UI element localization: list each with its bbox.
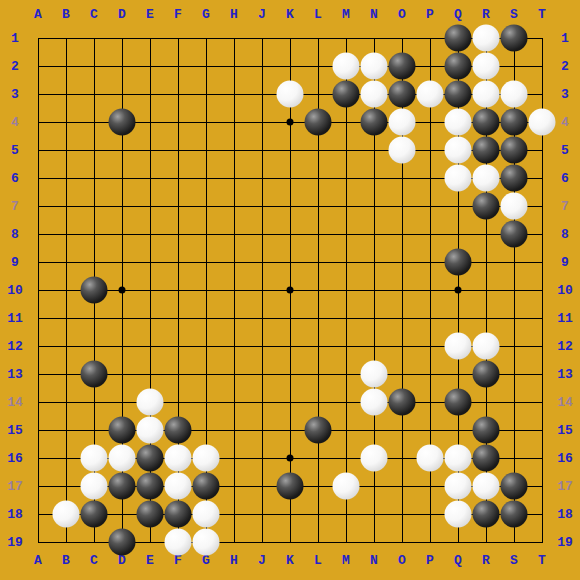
intersection-O10[interactable]: [388, 276, 416, 304]
intersection-S15[interactable]: [500, 416, 528, 444]
intersection-R5[interactable]: [472, 136, 500, 164]
intersection-G5[interactable]: [192, 136, 220, 164]
intersection-L15[interactable]: [304, 416, 332, 444]
intersection-P16[interactable]: [416, 444, 444, 472]
intersection-J19[interactable]: [248, 528, 276, 556]
intersection-J3[interactable]: [248, 80, 276, 108]
intersection-L12[interactable]: [304, 332, 332, 360]
intersection-Q6[interactable]: [444, 164, 472, 192]
intersection-M11[interactable]: [332, 304, 360, 332]
intersection-H2[interactable]: [220, 52, 248, 80]
intersection-L19[interactable]: [304, 528, 332, 556]
intersection-B19[interactable]: [52, 528, 80, 556]
intersection-P18[interactable]: [416, 500, 444, 528]
intersection-E12[interactable]: [136, 332, 164, 360]
intersection-J17[interactable]: [248, 472, 276, 500]
intersection-P4[interactable]: [416, 108, 444, 136]
intersection-H5[interactable]: [220, 136, 248, 164]
intersection-K11[interactable]: [276, 304, 304, 332]
intersection-B11[interactable]: [52, 304, 80, 332]
intersection-B15[interactable]: [52, 416, 80, 444]
intersection-J16[interactable]: [248, 444, 276, 472]
intersection-A10[interactable]: [24, 276, 52, 304]
intersection-T10[interactable]: [528, 276, 556, 304]
intersection-M13[interactable]: [332, 360, 360, 388]
intersection-M17[interactable]: [332, 472, 360, 500]
intersection-Q18[interactable]: [444, 500, 472, 528]
intersection-B9[interactable]: [52, 248, 80, 276]
intersection-B16[interactable]: [52, 444, 80, 472]
intersection-T18[interactable]: [528, 500, 556, 528]
intersection-E14[interactable]: [136, 388, 164, 416]
intersection-H16[interactable]: [220, 444, 248, 472]
intersection-D17[interactable]: [108, 472, 136, 500]
intersection-M16[interactable]: [332, 444, 360, 472]
intersection-G4[interactable]: [192, 108, 220, 136]
intersection-G14[interactable]: [192, 388, 220, 416]
intersection-K17[interactable]: [276, 472, 304, 500]
intersection-R3[interactable]: [472, 80, 500, 108]
intersection-O17[interactable]: [388, 472, 416, 500]
intersection-E9[interactable]: [136, 248, 164, 276]
intersection-K13[interactable]: [276, 360, 304, 388]
intersection-E15[interactable]: [136, 416, 164, 444]
intersection-J5[interactable]: [248, 136, 276, 164]
intersection-K1[interactable]: [276, 24, 304, 52]
intersection-D14[interactable]: [108, 388, 136, 416]
intersection-N1[interactable]: [360, 24, 388, 52]
intersection-L5[interactable]: [304, 136, 332, 164]
intersection-O2[interactable]: [388, 52, 416, 80]
intersection-H1[interactable]: [220, 24, 248, 52]
intersection-A4[interactable]: [24, 108, 52, 136]
intersection-T4[interactable]: [528, 108, 556, 136]
intersection-N5[interactable]: [360, 136, 388, 164]
intersection-G9[interactable]: [192, 248, 220, 276]
intersection-K16[interactable]: [276, 444, 304, 472]
intersection-O1[interactable]: [388, 24, 416, 52]
intersection-C10[interactable]: [80, 276, 108, 304]
intersection-K3[interactable]: [276, 80, 304, 108]
intersection-E13[interactable]: [136, 360, 164, 388]
intersection-B14[interactable]: [52, 388, 80, 416]
intersection-F13[interactable]: [164, 360, 192, 388]
intersection-D13[interactable]: [108, 360, 136, 388]
intersection-Q1[interactable]: [444, 24, 472, 52]
intersection-L1[interactable]: [304, 24, 332, 52]
intersection-H13[interactable]: [220, 360, 248, 388]
intersection-J7[interactable]: [248, 192, 276, 220]
intersection-A7[interactable]: [24, 192, 52, 220]
intersection-S3[interactable]: [500, 80, 528, 108]
intersection-F12[interactable]: [164, 332, 192, 360]
intersection-T13[interactable]: [528, 360, 556, 388]
intersection-E2[interactable]: [136, 52, 164, 80]
intersection-S8[interactable]: [500, 220, 528, 248]
intersection-N12[interactable]: [360, 332, 388, 360]
intersection-F16[interactable]: [164, 444, 192, 472]
intersection-C13[interactable]: [80, 360, 108, 388]
intersection-D12[interactable]: [108, 332, 136, 360]
intersection-A19[interactable]: [24, 528, 52, 556]
intersection-D7[interactable]: [108, 192, 136, 220]
intersection-S19[interactable]: [500, 528, 528, 556]
intersection-S14[interactable]: [500, 388, 528, 416]
intersection-L4[interactable]: [304, 108, 332, 136]
intersection-R1[interactable]: [472, 24, 500, 52]
intersection-Q14[interactable]: [444, 388, 472, 416]
intersection-N4[interactable]: [360, 108, 388, 136]
intersection-L6[interactable]: [304, 164, 332, 192]
intersection-D9[interactable]: [108, 248, 136, 276]
intersection-J18[interactable]: [248, 500, 276, 528]
intersection-C7[interactable]: [80, 192, 108, 220]
intersection-K19[interactable]: [276, 528, 304, 556]
intersection-E11[interactable]: [136, 304, 164, 332]
intersection-C5[interactable]: [80, 136, 108, 164]
intersection-Q19[interactable]: [444, 528, 472, 556]
intersection-A15[interactable]: [24, 416, 52, 444]
intersection-K8[interactable]: [276, 220, 304, 248]
intersection-R18[interactable]: [472, 500, 500, 528]
intersection-T9[interactable]: [528, 248, 556, 276]
intersection-F5[interactable]: [164, 136, 192, 164]
intersection-J2[interactable]: [248, 52, 276, 80]
intersection-E17[interactable]: [136, 472, 164, 500]
intersection-P17[interactable]: [416, 472, 444, 500]
intersection-G8[interactable]: [192, 220, 220, 248]
intersection-P2[interactable]: [416, 52, 444, 80]
intersection-T11[interactable]: [528, 304, 556, 332]
intersection-N17[interactable]: [360, 472, 388, 500]
intersection-A9[interactable]: [24, 248, 52, 276]
intersection-Q9[interactable]: [444, 248, 472, 276]
intersection-M9[interactable]: [332, 248, 360, 276]
intersection-F9[interactable]: [164, 248, 192, 276]
intersection-G11[interactable]: [192, 304, 220, 332]
intersection-P7[interactable]: [416, 192, 444, 220]
intersection-A17[interactable]: [24, 472, 52, 500]
intersection-E6[interactable]: [136, 164, 164, 192]
intersection-T15[interactable]: [528, 416, 556, 444]
intersection-E3[interactable]: [136, 80, 164, 108]
intersection-M14[interactable]: [332, 388, 360, 416]
intersection-K9[interactable]: [276, 248, 304, 276]
intersection-M6[interactable]: [332, 164, 360, 192]
intersection-G13[interactable]: [192, 360, 220, 388]
intersection-Q12[interactable]: [444, 332, 472, 360]
intersection-L13[interactable]: [304, 360, 332, 388]
intersection-C18[interactable]: [80, 500, 108, 528]
intersection-N10[interactable]: [360, 276, 388, 304]
intersection-S11[interactable]: [500, 304, 528, 332]
intersection-J10[interactable]: [248, 276, 276, 304]
intersection-G10[interactable]: [192, 276, 220, 304]
intersection-N15[interactable]: [360, 416, 388, 444]
intersection-O3[interactable]: [388, 80, 416, 108]
intersection-E19[interactable]: [136, 528, 164, 556]
intersection-M4[interactable]: [332, 108, 360, 136]
intersection-C17[interactable]: [80, 472, 108, 500]
intersection-L3[interactable]: [304, 80, 332, 108]
intersection-P6[interactable]: [416, 164, 444, 192]
intersection-P1[interactable]: [416, 24, 444, 52]
intersection-S17[interactable]: [500, 472, 528, 500]
intersection-Q7[interactable]: [444, 192, 472, 220]
intersection-A16[interactable]: [24, 444, 52, 472]
intersection-A2[interactable]: [24, 52, 52, 80]
intersection-P5[interactable]: [416, 136, 444, 164]
intersection-M15[interactable]: [332, 416, 360, 444]
intersection-H9[interactable]: [220, 248, 248, 276]
intersection-Q8[interactable]: [444, 220, 472, 248]
intersection-O4[interactable]: [388, 108, 416, 136]
intersection-S12[interactable]: [500, 332, 528, 360]
intersection-T3[interactable]: [528, 80, 556, 108]
intersection-O15[interactable]: [388, 416, 416, 444]
intersection-D16[interactable]: [108, 444, 136, 472]
intersection-K15[interactable]: [276, 416, 304, 444]
intersection-A5[interactable]: [24, 136, 52, 164]
intersection-H3[interactable]: [220, 80, 248, 108]
intersection-C15[interactable]: [80, 416, 108, 444]
intersection-D18[interactable]: [108, 500, 136, 528]
intersection-B10[interactable]: [52, 276, 80, 304]
intersection-J12[interactable]: [248, 332, 276, 360]
intersection-R15[interactable]: [472, 416, 500, 444]
intersection-O13[interactable]: [388, 360, 416, 388]
intersection-Q2[interactable]: [444, 52, 472, 80]
intersection-J9[interactable]: [248, 248, 276, 276]
intersection-R10[interactable]: [472, 276, 500, 304]
intersection-P14[interactable]: [416, 388, 444, 416]
intersection-T7[interactable]: [528, 192, 556, 220]
intersection-P15[interactable]: [416, 416, 444, 444]
intersection-Q15[interactable]: [444, 416, 472, 444]
intersection-D8[interactable]: [108, 220, 136, 248]
intersection-B7[interactable]: [52, 192, 80, 220]
intersection-T19[interactable]: [528, 528, 556, 556]
intersection-S5[interactable]: [500, 136, 528, 164]
intersection-J14[interactable]: [248, 388, 276, 416]
intersection-G18[interactable]: [192, 500, 220, 528]
intersection-O6[interactable]: [388, 164, 416, 192]
intersection-F1[interactable]: [164, 24, 192, 52]
intersection-S7[interactable]: [500, 192, 528, 220]
intersection-J8[interactable]: [248, 220, 276, 248]
intersection-H10[interactable]: [220, 276, 248, 304]
intersection-E4[interactable]: [136, 108, 164, 136]
intersection-O19[interactable]: [388, 528, 416, 556]
intersection-K12[interactable]: [276, 332, 304, 360]
intersection-L2[interactable]: [304, 52, 332, 80]
intersection-O8[interactable]: [388, 220, 416, 248]
intersection-R4[interactable]: [472, 108, 500, 136]
intersection-M19[interactable]: [332, 528, 360, 556]
intersection-A14[interactable]: [24, 388, 52, 416]
intersection-R7[interactable]: [472, 192, 500, 220]
intersection-B12[interactable]: [52, 332, 80, 360]
intersection-B1[interactable]: [52, 24, 80, 52]
intersection-N16[interactable]: [360, 444, 388, 472]
intersection-S10[interactable]: [500, 276, 528, 304]
intersection-P19[interactable]: [416, 528, 444, 556]
intersection-D19[interactable]: [108, 528, 136, 556]
intersection-D6[interactable]: [108, 164, 136, 192]
intersection-B4[interactable]: [52, 108, 80, 136]
intersection-C11[interactable]: [80, 304, 108, 332]
intersection-E10[interactable]: [136, 276, 164, 304]
intersection-T1[interactable]: [528, 24, 556, 52]
intersection-S18[interactable]: [500, 500, 528, 528]
intersection-L8[interactable]: [304, 220, 332, 248]
intersection-G3[interactable]: [192, 80, 220, 108]
intersection-B18[interactable]: [52, 500, 80, 528]
intersection-T14[interactable]: [528, 388, 556, 416]
intersection-E18[interactable]: [136, 500, 164, 528]
intersection-Q3[interactable]: [444, 80, 472, 108]
intersection-E16[interactable]: [136, 444, 164, 472]
intersection-F17[interactable]: [164, 472, 192, 500]
intersection-H15[interactable]: [220, 416, 248, 444]
intersection-L7[interactable]: [304, 192, 332, 220]
intersection-D5[interactable]: [108, 136, 136, 164]
intersection-R11[interactable]: [472, 304, 500, 332]
intersection-M5[interactable]: [332, 136, 360, 164]
intersection-C2[interactable]: [80, 52, 108, 80]
intersection-H17[interactable]: [220, 472, 248, 500]
intersection-H18[interactable]: [220, 500, 248, 528]
intersection-S6[interactable]: [500, 164, 528, 192]
intersection-T8[interactable]: [528, 220, 556, 248]
intersection-L9[interactable]: [304, 248, 332, 276]
intersection-R6[interactable]: [472, 164, 500, 192]
intersection-M12[interactable]: [332, 332, 360, 360]
intersection-P13[interactable]: [416, 360, 444, 388]
intersection-O7[interactable]: [388, 192, 416, 220]
intersection-B3[interactable]: [52, 80, 80, 108]
intersection-P9[interactable]: [416, 248, 444, 276]
intersection-B6[interactable]: [52, 164, 80, 192]
intersection-C8[interactable]: [80, 220, 108, 248]
intersection-M10[interactable]: [332, 276, 360, 304]
intersection-L16[interactable]: [304, 444, 332, 472]
intersection-N18[interactable]: [360, 500, 388, 528]
intersection-F4[interactable]: [164, 108, 192, 136]
intersection-F14[interactable]: [164, 388, 192, 416]
intersection-S2[interactable]: [500, 52, 528, 80]
intersection-K5[interactable]: [276, 136, 304, 164]
intersection-H6[interactable]: [220, 164, 248, 192]
intersection-G19[interactable]: [192, 528, 220, 556]
intersection-R16[interactable]: [472, 444, 500, 472]
intersection-R17[interactable]: [472, 472, 500, 500]
intersection-G16[interactable]: [192, 444, 220, 472]
intersection-Q5[interactable]: [444, 136, 472, 164]
intersection-L11[interactable]: [304, 304, 332, 332]
intersection-O18[interactable]: [388, 500, 416, 528]
intersection-F6[interactable]: [164, 164, 192, 192]
intersection-J4[interactable]: [248, 108, 276, 136]
intersection-M18[interactable]: [332, 500, 360, 528]
intersection-A13[interactable]: [24, 360, 52, 388]
intersection-F2[interactable]: [164, 52, 192, 80]
intersection-S1[interactable]: [500, 24, 528, 52]
intersection-O9[interactable]: [388, 248, 416, 276]
intersection-H19[interactable]: [220, 528, 248, 556]
intersection-P3[interactable]: [416, 80, 444, 108]
intersection-J6[interactable]: [248, 164, 276, 192]
intersection-N14[interactable]: [360, 388, 388, 416]
intersection-R12[interactable]: [472, 332, 500, 360]
intersection-M8[interactable]: [332, 220, 360, 248]
intersection-S9[interactable]: [500, 248, 528, 276]
intersection-N13[interactable]: [360, 360, 388, 388]
intersection-L10[interactable]: [304, 276, 332, 304]
intersection-N2[interactable]: [360, 52, 388, 80]
intersection-Q11[interactable]: [444, 304, 472, 332]
intersection-F15[interactable]: [164, 416, 192, 444]
intersection-B13[interactable]: [52, 360, 80, 388]
intersection-K10[interactable]: [276, 276, 304, 304]
intersection-O14[interactable]: [388, 388, 416, 416]
intersection-P10[interactable]: [416, 276, 444, 304]
intersection-P11[interactable]: [416, 304, 444, 332]
intersection-N9[interactable]: [360, 248, 388, 276]
intersection-G2[interactable]: [192, 52, 220, 80]
intersection-G6[interactable]: [192, 164, 220, 192]
intersection-M2[interactable]: [332, 52, 360, 80]
intersection-T6[interactable]: [528, 164, 556, 192]
intersection-N19[interactable]: [360, 528, 388, 556]
intersection-H7[interactable]: [220, 192, 248, 220]
intersection-K18[interactable]: [276, 500, 304, 528]
intersection-D15[interactable]: [108, 416, 136, 444]
intersection-K7[interactable]: [276, 192, 304, 220]
intersection-T12[interactable]: [528, 332, 556, 360]
intersection-N7[interactable]: [360, 192, 388, 220]
intersection-O16[interactable]: [388, 444, 416, 472]
intersection-P8[interactable]: [416, 220, 444, 248]
intersection-A1[interactable]: [24, 24, 52, 52]
intersection-O12[interactable]: [388, 332, 416, 360]
intersection-J15[interactable]: [248, 416, 276, 444]
intersection-Q17[interactable]: [444, 472, 472, 500]
intersection-A3[interactable]: [24, 80, 52, 108]
intersection-S13[interactable]: [500, 360, 528, 388]
intersection-Q4[interactable]: [444, 108, 472, 136]
intersection-T16[interactable]: [528, 444, 556, 472]
intersection-M3[interactable]: [332, 80, 360, 108]
intersection-C14[interactable]: [80, 388, 108, 416]
intersection-L17[interactable]: [304, 472, 332, 500]
intersection-D2[interactable]: [108, 52, 136, 80]
intersection-E1[interactable]: [136, 24, 164, 52]
intersection-F8[interactable]: [164, 220, 192, 248]
intersection-M1[interactable]: [332, 24, 360, 52]
intersection-H14[interactable]: [220, 388, 248, 416]
intersection-A12[interactable]: [24, 332, 52, 360]
intersection-C9[interactable]: [80, 248, 108, 276]
intersection-C3[interactable]: [80, 80, 108, 108]
intersection-R14[interactable]: [472, 388, 500, 416]
intersection-F7[interactable]: [164, 192, 192, 220]
intersection-S16[interactable]: [500, 444, 528, 472]
intersection-H8[interactable]: [220, 220, 248, 248]
intersection-E7[interactable]: [136, 192, 164, 220]
intersection-R8[interactable]: [472, 220, 500, 248]
intersection-L14[interactable]: [304, 388, 332, 416]
